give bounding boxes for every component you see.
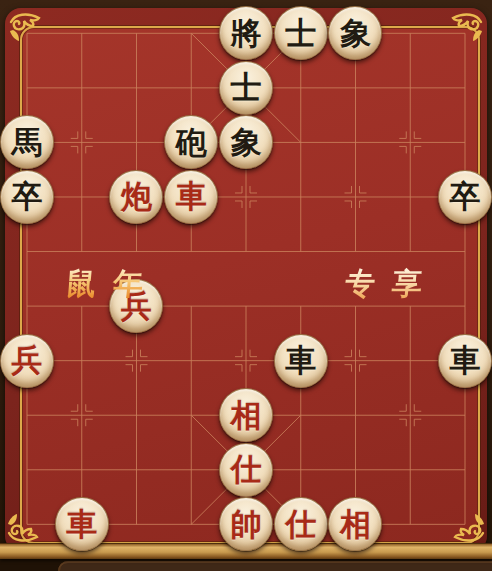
piece-red-soldier[interactable]: 兵 <box>0 334 54 388</box>
piece-black-elephant[interactable]: 象 <box>328 6 382 60</box>
piece-black-soldier[interactable]: 卒 <box>0 170 54 224</box>
piece-red-chariot[interactable]: 車 <box>55 497 109 551</box>
river-watermark-left: 鼠年 <box>64 264 162 305</box>
piece-black-horse[interactable]: 馬 <box>0 115 54 169</box>
xiangqi-game-window: 鼠年 专享 將士象士馬砲象卒炮車卒兵兵車車相仕車帥仕相 <box>0 0 492 571</box>
piece-black-elephant[interactable]: 象 <box>219 115 273 169</box>
piece-black-soldier[interactable]: 卒 <box>438 170 492 224</box>
piece-red-general[interactable]: 帥 <box>219 497 273 551</box>
piece-red-advisor[interactable]: 仕 <box>219 443 273 497</box>
piece-black-advisor[interactable]: 士 <box>274 6 328 60</box>
piece-red-advisor[interactable]: 仕 <box>274 497 328 551</box>
piece-black-general[interactable]: 將 <box>219 6 273 60</box>
piece-black-advisor[interactable]: 士 <box>219 61 273 115</box>
piece-red-cannon[interactable]: 炮 <box>109 170 163 224</box>
river-watermark-right: 专享 <box>343 264 441 305</box>
piece-red-elephant[interactable]: 相 <box>328 497 382 551</box>
piece-tray <box>58 561 492 571</box>
piece-black-chariot[interactable]: 車 <box>438 334 492 388</box>
piece-red-chariot[interactable]: 車 <box>164 170 218 224</box>
piece-black-chariot[interactable]: 車 <box>274 334 328 388</box>
piece-red-elephant[interactable]: 相 <box>219 388 273 442</box>
piece-black-cannon[interactable]: 砲 <box>164 115 218 169</box>
bottom-ledge <box>0 558 492 571</box>
